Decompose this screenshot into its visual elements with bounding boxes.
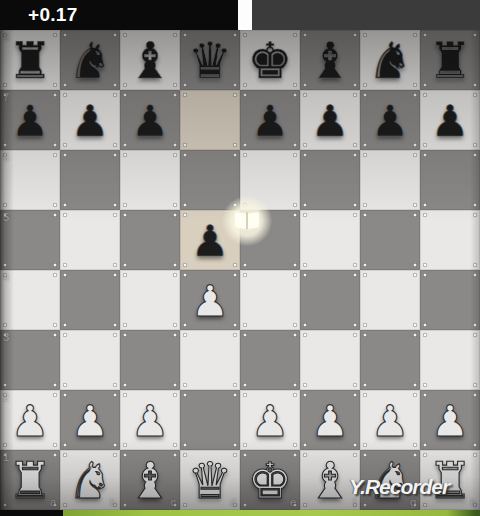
square-a7[interactable]: 7♟ — [0, 90, 60, 150]
square-b7[interactable]: ♟ — [60, 90, 120, 150]
square-c1[interactable]: c♝ — [120, 450, 180, 510]
rank-label-3: 3 — [3, 332, 9, 343]
evaluation-score: +0.17 — [28, 0, 78, 30]
piece-white-bishop[interactable]: ♝ — [300, 450, 360, 510]
topbar-divider — [238, 0, 252, 30]
topbar-right-panel — [252, 0, 480, 30]
piece-black-pawn[interactable]: ♟ — [240, 90, 300, 150]
piece-white-pawn[interactable]: ♟ — [120, 390, 180, 450]
square-f3[interactable] — [300, 330, 360, 390]
square-d2[interactable] — [180, 390, 240, 450]
piece-black-pawn[interactable]: ♟ — [120, 90, 180, 150]
square-a4[interactable]: 4 — [0, 270, 60, 330]
piece-white-pawn[interactable]: ♟ — [420, 390, 480, 450]
square-b2[interactable]: ♟ — [60, 390, 120, 450]
square-a5[interactable]: 5 — [0, 210, 60, 270]
square-a8[interactable]: 8♜ — [0, 30, 60, 90]
piece-white-pawn[interactable]: ♟ — [240, 390, 300, 450]
square-e7[interactable]: ♟ — [240, 90, 300, 150]
square-c7[interactable]: ♟ — [120, 90, 180, 150]
piece-white-knight[interactable]: ♞ — [60, 450, 120, 510]
square-b3[interactable] — [60, 330, 120, 390]
square-c6[interactable] — [120, 150, 180, 210]
square-e2[interactable]: ♟ — [240, 390, 300, 450]
rank-label-5: 5 — [3, 212, 9, 223]
square-c3[interactable] — [120, 330, 180, 390]
top-bar: +0.17 — [0, 0, 480, 30]
square-b1[interactable]: b♞ — [60, 450, 120, 510]
piece-white-pawn[interactable]: ♟ — [180, 270, 240, 330]
piece-black-queen[interactable]: ♛ — [180, 30, 240, 90]
rank-label-4: 4 — [3, 272, 9, 283]
square-f6[interactable] — [300, 150, 360, 210]
piece-white-queen[interactable]: ♛ — [180, 450, 240, 510]
piece-white-bishop[interactable]: ♝ — [120, 450, 180, 510]
square-h2[interactable]: ♟ — [420, 390, 480, 450]
square-h3[interactable] — [420, 330, 480, 390]
square-e8[interactable]: ♚ — [240, 30, 300, 90]
piece-black-pawn[interactable]: ♟ — [420, 90, 480, 150]
square-e4[interactable] — [240, 270, 300, 330]
piece-black-pawn[interactable]: ♟ — [180, 210, 240, 270]
square-h6[interactable] — [420, 150, 480, 210]
chess-board: 8♜♞♝♛♚♝♞♜7♟♟♟♟♟♟♟65♟4♟32♟♟♟♟♟♟♟1a♜b♞c♝d♛… — [0, 30, 480, 510]
piece-black-king[interactable]: ♚ — [240, 30, 300, 90]
piece-white-rook[interactable]: ♜ — [0, 450, 60, 510]
piece-black-bishop[interactable]: ♝ — [120, 30, 180, 90]
piece-black-pawn[interactable]: ♟ — [300, 90, 360, 150]
piece-black-rook[interactable]: ♜ — [0, 30, 60, 90]
square-e6[interactable] — [240, 150, 300, 210]
piece-black-knight[interactable]: ♞ — [60, 30, 120, 90]
square-h7[interactable]: ♟ — [420, 90, 480, 150]
square-d6[interactable] — [180, 150, 240, 210]
square-g8[interactable]: ♞ — [360, 30, 420, 90]
piece-black-pawn[interactable]: ♟ — [0, 90, 60, 150]
square-c2[interactable]: ♟ — [120, 390, 180, 450]
rank-label-6: 6 — [3, 152, 9, 163]
square-d1[interactable]: d♛ — [180, 450, 240, 510]
square-h5[interactable] — [420, 210, 480, 270]
square-f4[interactable] — [300, 270, 360, 330]
square-h4[interactable] — [420, 270, 480, 330]
square-b6[interactable] — [60, 150, 120, 210]
square-d4[interactable]: ♟ — [180, 270, 240, 330]
square-d8[interactable]: ♛ — [180, 30, 240, 90]
progress-remaining — [63, 510, 480, 516]
square-f2[interactable]: ♟ — [300, 390, 360, 450]
square-d7[interactable] — [180, 90, 240, 150]
square-c5[interactable] — [120, 210, 180, 270]
piece-white-pawn[interactable]: ♟ — [300, 390, 360, 450]
progress-elapsed — [0, 510, 63, 516]
piece-white-king[interactable]: ♚ — [240, 450, 300, 510]
square-d3[interactable] — [180, 330, 240, 390]
square-g1[interactable]: g♞ — [360, 450, 420, 510]
square-g2[interactable]: ♟ — [360, 390, 420, 450]
square-c8[interactable]: ♝ — [120, 30, 180, 90]
square-g7[interactable]: ♟ — [360, 90, 420, 150]
piece-black-knight[interactable]: ♞ — [360, 30, 420, 90]
piece-white-pawn[interactable]: ♟ — [60, 390, 120, 450]
square-b5[interactable] — [60, 210, 120, 270]
square-f7[interactable]: ♟ — [300, 90, 360, 150]
square-e5[interactable] — [240, 210, 300, 270]
square-g5[interactable] — [360, 210, 420, 270]
square-f1[interactable]: f♝ — [300, 450, 360, 510]
square-c4[interactable] — [120, 270, 180, 330]
square-b8[interactable]: ♞ — [60, 30, 120, 90]
square-h1[interactable]: h♜ — [420, 450, 480, 510]
recorder-progress-bar — [0, 510, 480, 516]
piece-black-pawn[interactable]: ♟ — [360, 90, 420, 150]
square-h8[interactable]: ♜ — [420, 30, 480, 90]
square-f8[interactable]: ♝ — [300, 30, 360, 90]
square-b4[interactable] — [60, 270, 120, 330]
square-a2[interactable]: 2♟ — [0, 390, 60, 450]
square-g3[interactable] — [360, 330, 420, 390]
square-e1[interactable]: e♚ — [240, 450, 300, 510]
chess-app-screen: +0.17 8♜♞♝♛♚♝♞♜7♟♟♟♟♟♟♟65♟4♟32♟♟♟♟♟♟♟1a♜… — [0, 0, 480, 516]
piece-white-pawn[interactable]: ♟ — [0, 390, 60, 450]
piece-black-bishop[interactable]: ♝ — [300, 30, 360, 90]
piece-black-pawn[interactable]: ♟ — [60, 90, 120, 150]
square-d5[interactable]: ♟ — [180, 210, 240, 270]
square-e3[interactable] — [240, 330, 300, 390]
square-f5[interactable] — [300, 210, 360, 270]
square-a6[interactable]: 6 — [0, 150, 60, 210]
square-a1[interactable]: 1a♜ — [0, 450, 60, 510]
piece-white-pawn[interactable]: ♟ — [360, 390, 420, 450]
piece-black-rook[interactable]: ♜ — [420, 30, 480, 90]
piece-white-knight[interactable]: ♞ — [360, 450, 420, 510]
square-a3[interactable]: 3 — [0, 330, 60, 390]
piece-white-rook[interactable]: ♜ — [420, 450, 480, 510]
square-g4[interactable] — [360, 270, 420, 330]
square-g6[interactable] — [360, 150, 420, 210]
